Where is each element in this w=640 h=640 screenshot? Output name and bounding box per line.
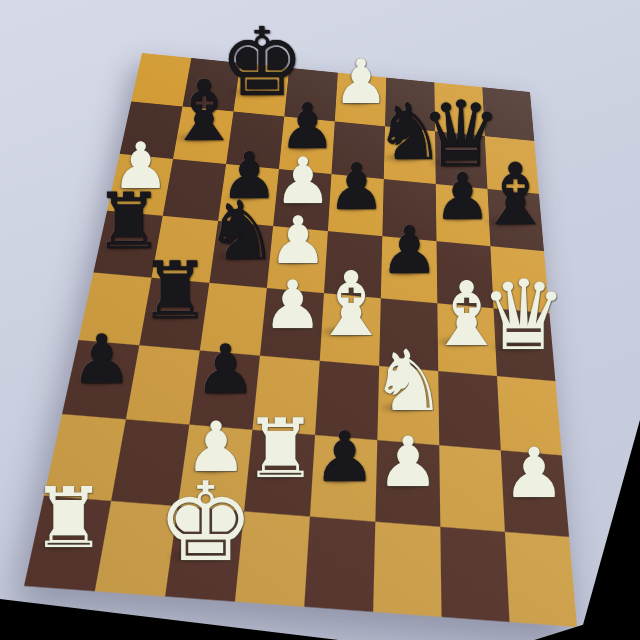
board-square-d5 bbox=[267, 226, 328, 293]
board-square-g2 bbox=[439, 445, 505, 532]
board-square-b8 bbox=[183, 58, 241, 112]
chess-board bbox=[24, 53, 577, 627]
board-square-a7 bbox=[120, 101, 183, 158]
board-square-a6 bbox=[107, 154, 173, 216]
board-square-c5 bbox=[209, 221, 273, 288]
board-square-b3 bbox=[126, 345, 200, 424]
board-square-b2 bbox=[111, 419, 189, 506]
photo: ♚♟♝♟♞♛♟♟♟♟♟♝♜♞♟♟♜♟♝♝♛♟♟♞♟♜♟♟♟♜♚ bbox=[0, 0, 640, 640]
board-square-d1 bbox=[235, 511, 310, 606]
board-grid bbox=[24, 53, 577, 627]
board-square-f2 bbox=[375, 440, 440, 527]
board-square-c4 bbox=[200, 283, 267, 356]
board-square-e5 bbox=[324, 231, 382, 298]
board-square-g3 bbox=[438, 371, 501, 450]
board-square-b4 bbox=[139, 278, 209, 351]
board-square-h4 bbox=[494, 308, 556, 381]
board-square-b6 bbox=[163, 159, 226, 221]
board-square-g5 bbox=[437, 241, 494, 308]
board-square-c2 bbox=[178, 425, 253, 512]
board-square-e7 bbox=[331, 121, 385, 179]
board-square-a8 bbox=[131, 53, 191, 106]
board-square-c1 bbox=[165, 506, 244, 601]
board-square-e2 bbox=[310, 435, 377, 522]
board-square-b7 bbox=[173, 106, 233, 164]
board-square-c8 bbox=[234, 63, 290, 117]
board-square-e3 bbox=[315, 361, 379, 440]
board-square-f4 bbox=[379, 298, 438, 371]
board-square-d7 bbox=[279, 116, 335, 174]
board-square-g8 bbox=[434, 82, 484, 136]
board-square-h5 bbox=[490, 246, 549, 313]
board-square-f1 bbox=[373, 522, 441, 617]
board-square-d2 bbox=[244, 430, 315, 517]
board-square-f3 bbox=[377, 366, 439, 445]
board-square-h8 bbox=[482, 87, 534, 141]
board-square-g4 bbox=[437, 303, 497, 376]
board-square-e4 bbox=[320, 293, 381, 366]
board-square-e1 bbox=[304, 517, 375, 612]
board-square-f6 bbox=[382, 179, 436, 241]
board-square-c3 bbox=[189, 350, 260, 429]
board-square-c6 bbox=[218, 164, 279, 226]
board-square-d4 bbox=[260, 288, 324, 361]
board-square-h7 bbox=[485, 136, 539, 194]
board-square-e8 bbox=[335, 73, 386, 127]
board-square-d6 bbox=[273, 169, 331, 231]
board-square-h1 bbox=[505, 532, 577, 627]
board-square-h2 bbox=[501, 450, 569, 537]
board-square-h6 bbox=[487, 189, 544, 251]
board-square-f7 bbox=[384, 126, 436, 184]
board-square-d8 bbox=[284, 68, 338, 122]
board-square-g1 bbox=[440, 527, 509, 622]
board-square-e6 bbox=[328, 174, 384, 236]
board-square-g6 bbox=[436, 184, 491, 246]
board-square-h3 bbox=[497, 376, 562, 455]
board-square-f5 bbox=[381, 236, 438, 303]
board-square-b5 bbox=[152, 216, 219, 283]
board-square-g7 bbox=[435, 131, 487, 189]
board-square-f8 bbox=[385, 78, 435, 132]
board-square-d3 bbox=[252, 356, 319, 435]
board-square-c7 bbox=[226, 111, 284, 169]
